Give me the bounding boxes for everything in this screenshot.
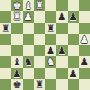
square-f8[interactable] xyxy=(56,0,67,11)
white-knight-icon[interactable]: ♞ xyxy=(46,56,55,67)
square-c7[interactable]: ♟ xyxy=(23,11,34,22)
square-h8[interactable] xyxy=(79,0,90,11)
square-d1[interactable]: ♜ xyxy=(34,79,45,90)
chess-board: ♚♝♜♜♟♟♟♜♜♟♟♟♝♞♞♟♟♟♚♜ xyxy=(0,0,90,90)
square-h1[interactable] xyxy=(79,79,90,90)
square-e8[interactable] xyxy=(45,0,56,11)
black-bishop-icon[interactable]: ♝ xyxy=(12,56,21,67)
square-d3[interactable] xyxy=(34,56,45,67)
square-f5[interactable] xyxy=(56,34,67,45)
square-a7[interactable] xyxy=(0,11,11,22)
black-rook-icon[interactable]: ♜ xyxy=(1,23,10,34)
square-c3[interactable]: ♞ xyxy=(23,56,34,67)
square-d4[interactable] xyxy=(34,45,45,56)
square-c1[interactable] xyxy=(23,79,34,90)
square-b4[interactable] xyxy=(11,45,22,56)
black-rook-icon[interactable]: ♜ xyxy=(35,79,44,90)
white-rook-icon[interactable]: ♜ xyxy=(12,11,21,22)
square-e5[interactable] xyxy=(45,34,56,45)
white-rook-icon[interactable]: ♜ xyxy=(35,0,44,11)
square-h3[interactable]: ♟ xyxy=(79,56,90,67)
square-c6[interactable] xyxy=(23,23,34,34)
square-h6[interactable] xyxy=(79,23,90,34)
square-a8[interactable] xyxy=(0,0,11,11)
square-g6[interactable] xyxy=(68,23,79,34)
square-c4[interactable] xyxy=(23,45,34,56)
square-e4[interactable]: ♟ xyxy=(45,45,56,56)
square-f1[interactable] xyxy=(56,79,67,90)
square-e7[interactable] xyxy=(45,11,56,22)
square-b8[interactable]: ♚ xyxy=(11,0,22,11)
square-d8[interactable]: ♜ xyxy=(34,0,45,11)
square-h5[interactable]: ♟ xyxy=(79,34,90,45)
white-pawn-icon[interactable]: ♟ xyxy=(24,11,33,22)
square-a5[interactable] xyxy=(0,34,11,45)
black-pawn-icon[interactable]: ♟ xyxy=(46,45,55,56)
square-f7[interactable]: ♟ xyxy=(56,11,67,22)
black-pawn-icon[interactable]: ♟ xyxy=(57,11,66,22)
square-e3[interactable]: ♞ xyxy=(45,56,56,67)
white-king-icon[interactable]: ♚ xyxy=(12,0,21,11)
square-g1[interactable] xyxy=(68,79,79,90)
square-f3[interactable] xyxy=(56,56,67,67)
square-e1[interactable] xyxy=(45,79,56,90)
square-g3[interactable] xyxy=(68,56,79,67)
square-f4[interactable]: ♟ xyxy=(56,45,67,56)
square-d5[interactable] xyxy=(34,34,45,45)
black-pawn-icon[interactable]: ♟ xyxy=(80,56,89,67)
square-b2[interactable]: ♟ xyxy=(11,68,22,79)
square-e6[interactable]: ♜ xyxy=(45,23,56,34)
black-knight-icon[interactable]: ♞ xyxy=(24,56,33,67)
black-pawn-icon[interactable]: ♟ xyxy=(69,68,78,79)
square-a1[interactable] xyxy=(0,79,11,90)
black-king-icon[interactable]: ♚ xyxy=(12,79,21,90)
square-g5[interactable] xyxy=(68,34,79,45)
square-c2[interactable] xyxy=(23,68,34,79)
black-pawn-icon[interactable]: ♟ xyxy=(12,68,21,79)
white-pawn-icon[interactable]: ♟ xyxy=(80,34,89,45)
black-pawn-icon[interactable]: ♟ xyxy=(69,11,78,22)
square-f2[interactable] xyxy=(56,68,67,79)
square-f6[interactable] xyxy=(56,23,67,34)
square-a6[interactable]: ♜ xyxy=(0,23,11,34)
square-g8[interactable] xyxy=(68,0,79,11)
square-b1[interactable]: ♚ xyxy=(11,79,22,90)
square-h2[interactable] xyxy=(79,68,90,79)
square-d6[interactable] xyxy=(34,23,45,34)
square-c5[interactable] xyxy=(23,34,34,45)
square-g4[interactable] xyxy=(68,45,79,56)
square-b3[interactable]: ♝ xyxy=(11,56,22,67)
square-h7[interactable] xyxy=(79,11,90,22)
square-e2[interactable] xyxy=(45,68,56,79)
square-b5[interactable] xyxy=(11,34,22,45)
square-b6[interactable] xyxy=(11,23,22,34)
square-b7[interactable]: ♜ xyxy=(11,11,22,22)
square-g2[interactable]: ♟ xyxy=(68,68,79,79)
square-a4[interactable] xyxy=(0,45,11,56)
square-d7[interactable] xyxy=(34,11,45,22)
square-h4[interactable] xyxy=(79,45,90,56)
black-rook-icon[interactable]: ♜ xyxy=(46,23,55,34)
square-c8[interactable]: ♝ xyxy=(23,0,34,11)
black-pawn-icon[interactable]: ♟ xyxy=(57,45,66,56)
square-d2[interactable] xyxy=(34,68,45,79)
white-bishop-icon[interactable]: ♝ xyxy=(24,0,33,11)
square-a2[interactable] xyxy=(0,68,11,79)
square-g7[interactable]: ♟ xyxy=(68,11,79,22)
square-a3[interactable] xyxy=(0,56,11,67)
